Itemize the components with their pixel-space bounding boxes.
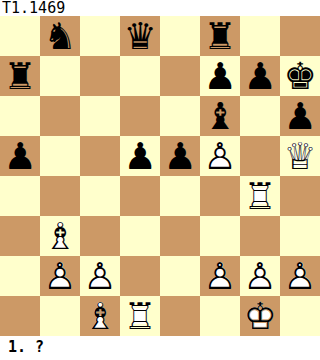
square-b7[interactable] xyxy=(40,56,80,96)
square-g3[interactable] xyxy=(240,216,280,256)
square-a2[interactable] xyxy=(0,256,40,296)
white-king[interactable]: ♚♔ xyxy=(240,296,280,336)
move-prompt: 1. ? xyxy=(8,336,44,360)
square-g6[interactable] xyxy=(240,96,280,136)
square-f4[interactable] xyxy=(200,176,240,216)
square-h8[interactable] xyxy=(280,16,320,56)
square-b1[interactable] xyxy=(40,296,80,336)
square-c1[interactable]: ♝♗ xyxy=(80,296,120,336)
square-d6[interactable] xyxy=(120,96,160,136)
square-b8[interactable]: ♞ xyxy=(40,16,80,56)
square-a1[interactable] xyxy=(0,296,40,336)
square-c2[interactable]: ♟♙ xyxy=(80,256,120,296)
white-pawn[interactable]: ♟♙ xyxy=(200,256,240,296)
white-queen[interactable]: ♛♕ xyxy=(280,136,320,176)
square-d2[interactable] xyxy=(120,256,160,296)
square-h4[interactable] xyxy=(280,176,320,216)
square-c8[interactable] xyxy=(80,16,120,56)
square-g8[interactable] xyxy=(240,16,280,56)
white-rook[interactable]: ♜♖ xyxy=(240,176,280,216)
square-d8[interactable]: ♛ xyxy=(120,16,160,56)
square-a4[interactable] xyxy=(0,176,40,216)
square-a3[interactable] xyxy=(0,216,40,256)
square-h2[interactable]: ♟♙ xyxy=(280,256,320,296)
black-rook[interactable]: ♜ xyxy=(200,16,240,56)
square-d4[interactable] xyxy=(120,176,160,216)
square-c7[interactable] xyxy=(80,56,120,96)
square-b6[interactable] xyxy=(40,96,80,136)
square-e4[interactable] xyxy=(160,176,200,216)
black-pawn[interactable]: ♟ xyxy=(120,136,160,176)
square-g4[interactable]: ♜♖ xyxy=(240,176,280,216)
puzzle-title: T1.1469 xyxy=(2,0,65,16)
square-f7[interactable]: ♟ xyxy=(200,56,240,96)
square-g5[interactable] xyxy=(240,136,280,176)
black-pawn[interactable]: ♟ xyxy=(240,56,280,96)
square-e2[interactable] xyxy=(160,256,200,296)
square-g7[interactable]: ♟ xyxy=(240,56,280,96)
square-e3[interactable] xyxy=(160,216,200,256)
black-knight[interactable]: ♞ xyxy=(40,16,80,56)
white-pawn[interactable]: ♟♙ xyxy=(280,256,320,296)
black-pawn[interactable]: ♟ xyxy=(160,136,200,176)
square-h6[interactable]: ♟ xyxy=(280,96,320,136)
square-h1[interactable] xyxy=(280,296,320,336)
square-c6[interactable] xyxy=(80,96,120,136)
square-d3[interactable] xyxy=(120,216,160,256)
square-d1[interactable]: ♜♖ xyxy=(120,296,160,336)
black-pawn[interactable]: ♟ xyxy=(200,56,240,96)
square-f8[interactable]: ♜ xyxy=(200,16,240,56)
square-h7[interactable]: ♚ xyxy=(280,56,320,96)
square-d7[interactable] xyxy=(120,56,160,96)
white-pawn[interactable]: ♟♙ xyxy=(240,256,280,296)
black-pawn[interactable]: ♟ xyxy=(280,96,320,136)
square-b2[interactable]: ♟♙ xyxy=(40,256,80,296)
square-b5[interactable] xyxy=(40,136,80,176)
square-e1[interactable] xyxy=(160,296,200,336)
white-pawn[interactable]: ♟♙ xyxy=(80,256,120,296)
square-a8[interactable] xyxy=(0,16,40,56)
square-f5[interactable]: ♟♙ xyxy=(200,136,240,176)
square-e7[interactable] xyxy=(160,56,200,96)
square-d5[interactable]: ♟ xyxy=(120,136,160,176)
black-king[interactable]: ♚ xyxy=(280,56,320,96)
white-pawn[interactable]: ♟♙ xyxy=(40,256,80,296)
square-f1[interactable] xyxy=(200,296,240,336)
square-c4[interactable] xyxy=(80,176,120,216)
square-e5[interactable]: ♟ xyxy=(160,136,200,176)
white-pawn[interactable]: ♟♙ xyxy=(200,136,240,176)
square-a7[interactable]: ♜ xyxy=(0,56,40,96)
black-rook[interactable]: ♜ xyxy=(0,56,40,96)
square-g1[interactable]: ♚♔ xyxy=(240,296,280,336)
white-bishop[interactable]: ♝♗ xyxy=(80,296,120,336)
square-e6[interactable] xyxy=(160,96,200,136)
square-e8[interactable] xyxy=(160,16,200,56)
square-b4[interactable] xyxy=(40,176,80,216)
square-b3[interactable]: ♝♗ xyxy=(40,216,80,256)
white-rook[interactable]: ♜♖ xyxy=(120,296,160,336)
white-bishop[interactable]: ♝♗ xyxy=(40,216,80,256)
square-g2[interactable]: ♟♙ xyxy=(240,256,280,296)
black-queen[interactable]: ♛ xyxy=(120,16,160,56)
square-a5[interactable]: ♟ xyxy=(0,136,40,176)
square-f3[interactable] xyxy=(200,216,240,256)
square-f2[interactable]: ♟♙ xyxy=(200,256,240,296)
square-c5[interactable] xyxy=(80,136,120,176)
chess-board: ♞♛♜♜♟♟♚♝♟♟♟♟♟♙♛♕♜♖♝♗♟♙♟♙♟♙♟♙♟♙♝♗♜♖♚♔ xyxy=(0,16,320,336)
square-a6[interactable] xyxy=(0,96,40,136)
square-h5[interactable]: ♛♕ xyxy=(280,136,320,176)
chess-puzzle-window: T1.1469 ♞♛♜♜♟♟♚♝♟♟♟♟♟♙♛♕♜♖♝♗♟♙♟♙♟♙♟♙♟♙♝♗… xyxy=(0,0,320,360)
black-pawn[interactable]: ♟ xyxy=(0,136,40,176)
square-c3[interactable] xyxy=(80,216,120,256)
square-f6[interactable]: ♝ xyxy=(200,96,240,136)
black-bishop[interactable]: ♝ xyxy=(200,96,240,136)
square-h3[interactable] xyxy=(280,216,320,256)
